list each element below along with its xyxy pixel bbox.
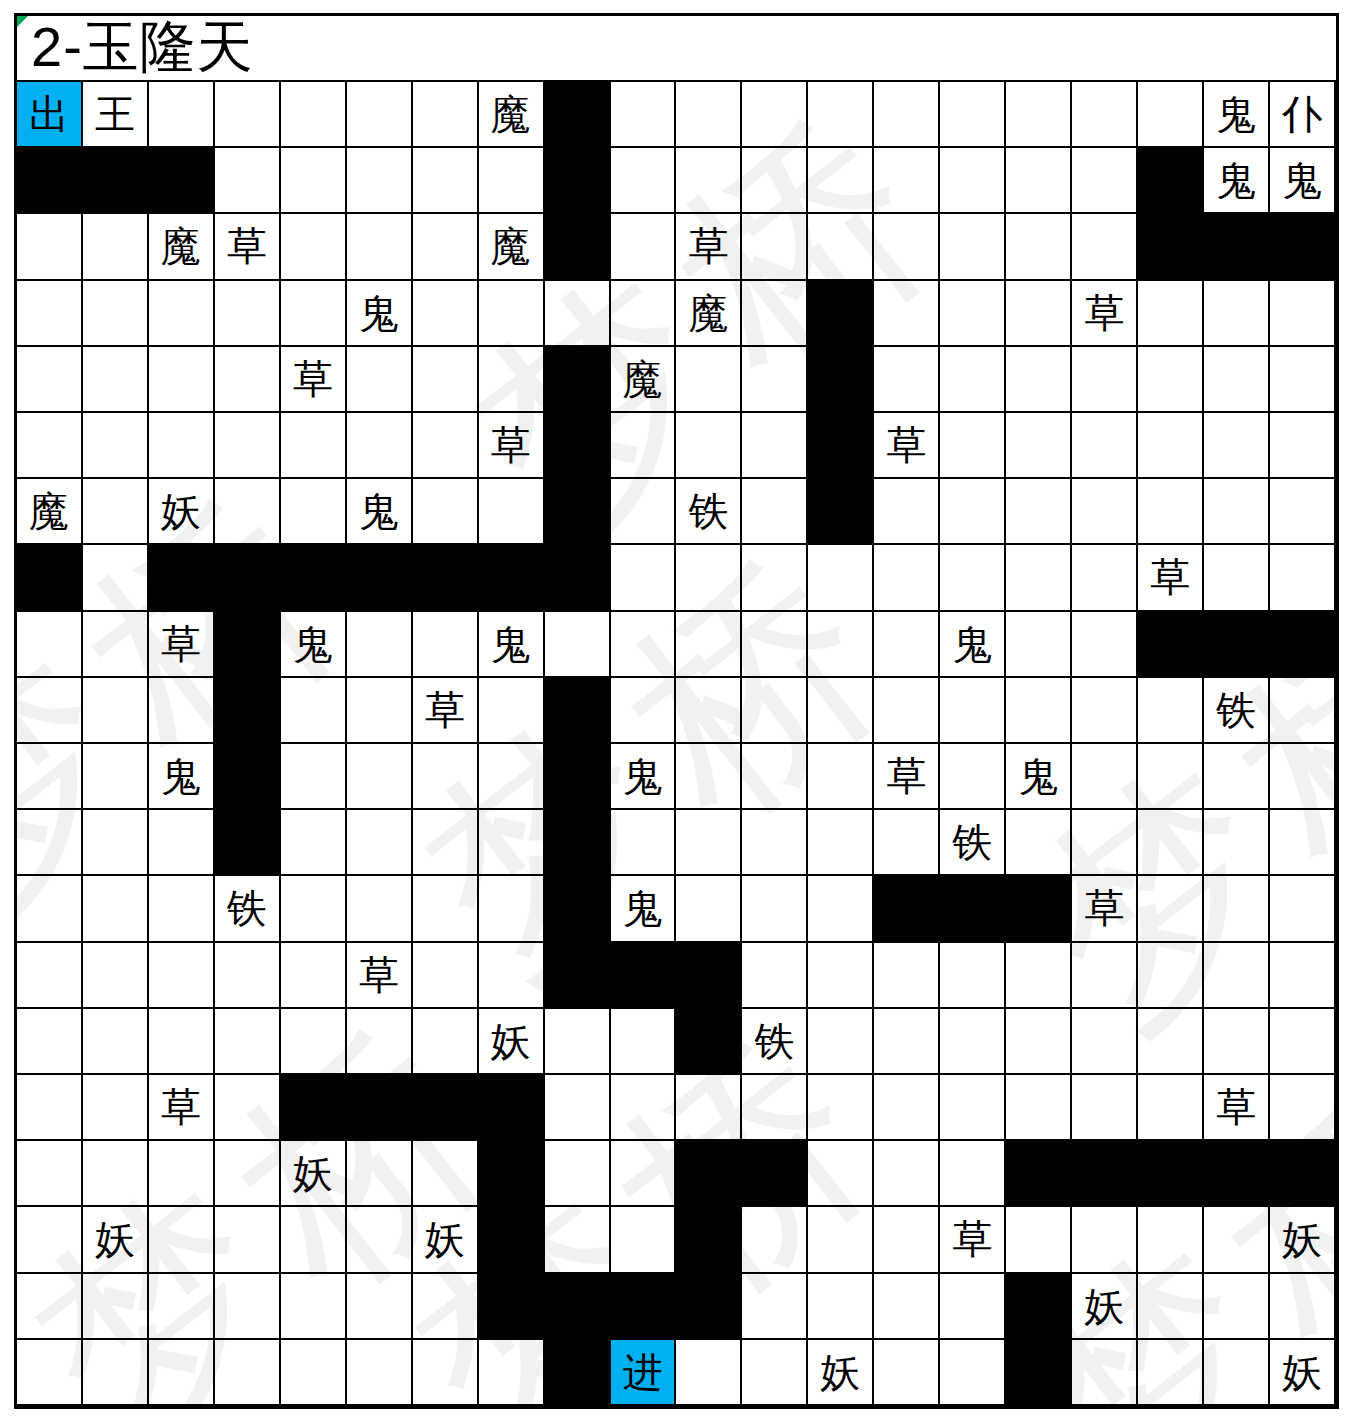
cell-r16-c12[interactable] xyxy=(808,1141,874,1207)
cell-r7-c12[interactable] xyxy=(808,545,874,611)
cell-r18-c11[interactable] xyxy=(742,1274,808,1340)
cell-r1-c15[interactable] xyxy=(1006,148,1072,214)
cell-r5-c5[interactable] xyxy=(347,413,413,479)
cell-r13-c13[interactable] xyxy=(874,943,940,1009)
cell-r13-c18[interactable] xyxy=(1204,943,1270,1009)
cell-r11-c11[interactable] xyxy=(742,810,808,876)
cell-r15-c17[interactable] xyxy=(1138,1075,1204,1141)
cell-r5-c3[interactable] xyxy=(215,413,281,479)
cell-r12-c4[interactable] xyxy=(281,876,347,942)
cell-r5-c11[interactable] xyxy=(742,413,808,479)
cell-r2-c12[interactable] xyxy=(808,214,874,280)
cell-r16-c13[interactable] xyxy=(874,1141,940,1207)
cell-r16-c11[interactable] xyxy=(742,1141,808,1207)
cell-r4-c15[interactable] xyxy=(1006,347,1072,413)
cell-r16-c5[interactable] xyxy=(347,1141,413,1207)
cell-r17-c7[interactable] xyxy=(479,1207,545,1273)
cell-r9-c1[interactable] xyxy=(83,678,149,744)
cell-r18-c17[interactable] xyxy=(1138,1274,1204,1340)
cell-r12-c11[interactable] xyxy=(742,876,808,942)
cell-r18-c4[interactable] xyxy=(281,1274,347,1340)
cell-r10-c9[interactable]: 鬼 xyxy=(611,744,677,810)
cell-r4-c10[interactable] xyxy=(676,347,742,413)
cell-r10-c14[interactable] xyxy=(940,744,1006,810)
cell-r4-c18[interactable] xyxy=(1204,347,1270,413)
cell-r14-c15[interactable] xyxy=(1006,1009,1072,1075)
cell-r5-c0[interactable] xyxy=(17,413,83,479)
cell-r4-c14[interactable] xyxy=(940,347,1006,413)
cell-r7-c10[interactable] xyxy=(676,545,742,611)
cell-r17-c10[interactable] xyxy=(676,1207,742,1273)
cell-r0-c1[interactable]: 王 xyxy=(83,82,149,148)
cell-r19-c9[interactable]: 进 xyxy=(611,1340,677,1406)
cell-r15-c1[interactable] xyxy=(83,1075,149,1141)
cell-r0-c14[interactable] xyxy=(940,82,1006,148)
cell-r8-c6[interactable] xyxy=(413,612,479,678)
cell-r6-c16[interactable] xyxy=(1072,479,1138,545)
cell-r2-c1[interactable] xyxy=(83,214,149,280)
cell-r4-c0[interactable] xyxy=(17,347,83,413)
cell-r12-c9[interactable]: 鬼 xyxy=(611,876,677,942)
cell-r3-c2[interactable] xyxy=(149,281,215,347)
cell-r7-c8[interactable] xyxy=(545,545,611,611)
cell-r4-c2[interactable] xyxy=(149,347,215,413)
cell-r7-c16[interactable] xyxy=(1072,545,1138,611)
cell-r19-c13[interactable] xyxy=(874,1340,940,1406)
cell-r12-c13[interactable] xyxy=(874,876,940,942)
cell-r14-c10[interactable] xyxy=(676,1009,742,1075)
cell-r3-c3[interactable] xyxy=(215,281,281,347)
cell-r17-c5[interactable] xyxy=(347,1207,413,1273)
cell-r7-c5[interactable] xyxy=(347,545,413,611)
cell-r8-c3[interactable] xyxy=(215,612,281,678)
cell-r7-c14[interactable] xyxy=(940,545,1006,611)
cell-r18-c1[interactable] xyxy=(83,1274,149,1340)
cell-r17-c8[interactable] xyxy=(545,1207,611,1273)
cell-r15-c3[interactable] xyxy=(215,1075,281,1141)
cell-r9-c13[interactable] xyxy=(874,678,940,744)
cell-r10-c7[interactable] xyxy=(479,744,545,810)
cell-r19-c4[interactable] xyxy=(281,1340,347,1406)
cell-r12-c0[interactable] xyxy=(17,876,83,942)
cell-r7-c1[interactable] xyxy=(83,545,149,611)
cell-r7-c7[interactable] xyxy=(479,545,545,611)
cell-r5-c18[interactable] xyxy=(1204,413,1270,479)
cell-r4-c7[interactable] xyxy=(479,347,545,413)
cell-r18-c6[interactable] xyxy=(413,1274,479,1340)
cell-r6-c0[interactable]: 魔 xyxy=(17,479,83,545)
cell-r16-c17[interactable] xyxy=(1138,1141,1204,1207)
cell-r1-c0[interactable] xyxy=(17,148,83,214)
cell-r10-c5[interactable] xyxy=(347,744,413,810)
cell-r0-c2[interactable] xyxy=(149,82,215,148)
cell-r0-c9[interactable] xyxy=(611,82,677,148)
cell-r2-c17[interactable] xyxy=(1138,214,1204,280)
cell-r15-c5[interactable] xyxy=(347,1075,413,1141)
cell-r16-c8[interactable] xyxy=(545,1141,611,1207)
cell-r13-c16[interactable] xyxy=(1072,943,1138,1009)
cell-r19-c19[interactable]: 妖 xyxy=(1270,1340,1336,1406)
cell-r1-c6[interactable] xyxy=(413,148,479,214)
cell-r0-c16[interactable] xyxy=(1072,82,1138,148)
cell-r8-c4[interactable]: 鬼 xyxy=(281,612,347,678)
cell-r7-c18[interactable] xyxy=(1204,545,1270,611)
cell-r7-c19[interactable] xyxy=(1270,545,1336,611)
cell-r18-c18[interactable] xyxy=(1204,1274,1270,1340)
cell-r8-c15[interactable] xyxy=(1006,612,1072,678)
cell-r0-c10[interactable] xyxy=(676,82,742,148)
cell-r15-c8[interactable] xyxy=(545,1075,611,1141)
cell-r11-c3[interactable] xyxy=(215,810,281,876)
cell-r13-c0[interactable] xyxy=(17,943,83,1009)
cell-r9-c12[interactable] xyxy=(808,678,874,744)
cell-r5-c8[interactable] xyxy=(545,413,611,479)
cell-r9-c4[interactable] xyxy=(281,678,347,744)
cell-r14-c2[interactable] xyxy=(149,1009,215,1075)
cell-r2-c5[interactable] xyxy=(347,214,413,280)
cell-r11-c16[interactable] xyxy=(1072,810,1138,876)
cell-r9-c0[interactable] xyxy=(17,678,83,744)
cell-r3-c11[interactable] xyxy=(742,281,808,347)
cell-r19-c0[interactable] xyxy=(17,1340,83,1406)
cell-r19-c11[interactable] xyxy=(742,1340,808,1406)
cell-r5-c12[interactable] xyxy=(808,413,874,479)
cell-r9-c8[interactable] xyxy=(545,678,611,744)
cell-r17-c18[interactable] xyxy=(1204,1207,1270,1273)
cell-r16-c7[interactable] xyxy=(479,1141,545,1207)
cell-r0-c19[interactable]: 仆 xyxy=(1270,82,1336,148)
cell-r13-c10[interactable] xyxy=(676,943,742,1009)
cell-r2-c3[interactable]: 草 xyxy=(215,214,281,280)
cell-r14-c11[interactable]: 铁 xyxy=(742,1009,808,1075)
cell-r7-c11[interactable] xyxy=(742,545,808,611)
cell-r18-c8[interactable] xyxy=(545,1274,611,1340)
cell-r5-c9[interactable] xyxy=(611,413,677,479)
cell-r13-c1[interactable] xyxy=(83,943,149,1009)
cell-r13-c4[interactable] xyxy=(281,943,347,1009)
cell-r10-c12[interactable] xyxy=(808,744,874,810)
cell-r18-c15[interactable] xyxy=(1006,1274,1072,1340)
cell-r5-c4[interactable] xyxy=(281,413,347,479)
cell-r7-c4[interactable] xyxy=(281,545,347,611)
cell-r7-c3[interactable] xyxy=(215,545,281,611)
cell-r11-c8[interactable] xyxy=(545,810,611,876)
cell-r5-c19[interactable] xyxy=(1270,413,1336,479)
cell-r5-c17[interactable] xyxy=(1138,413,1204,479)
cell-r5-c6[interactable] xyxy=(413,413,479,479)
cell-r4-c6[interactable] xyxy=(413,347,479,413)
cell-r19-c5[interactable] xyxy=(347,1340,413,1406)
cell-r4-c12[interactable] xyxy=(808,347,874,413)
cell-r8-c17[interactable] xyxy=(1138,612,1204,678)
cell-r17-c16[interactable] xyxy=(1072,1207,1138,1273)
cell-r9-c11[interactable] xyxy=(742,678,808,744)
cell-r18-c10[interactable] xyxy=(676,1274,742,1340)
cell-r2-c18[interactable] xyxy=(1204,214,1270,280)
cell-r13-c15[interactable] xyxy=(1006,943,1072,1009)
cell-r1-c13[interactable] xyxy=(874,148,940,214)
cell-r8-c14[interactable]: 鬼 xyxy=(940,612,1006,678)
cell-r2-c4[interactable] xyxy=(281,214,347,280)
cell-r2-c6[interactable] xyxy=(413,214,479,280)
cell-r17-c2[interactable] xyxy=(149,1207,215,1273)
cell-r10-c16[interactable] xyxy=(1072,744,1138,810)
cell-r19-c1[interactable] xyxy=(83,1340,149,1406)
cell-r15-c0[interactable] xyxy=(17,1075,83,1141)
cell-r10-c3[interactable] xyxy=(215,744,281,810)
cell-r0-c13[interactable] xyxy=(874,82,940,148)
cell-r10-c18[interactable] xyxy=(1204,744,1270,810)
cell-r16-c3[interactable] xyxy=(215,1141,281,1207)
cell-r12-c3[interactable]: 铁 xyxy=(215,876,281,942)
cell-r16-c18[interactable] xyxy=(1204,1141,1270,1207)
cell-r12-c10[interactable] xyxy=(676,876,742,942)
cell-r19-c18[interactable] xyxy=(1204,1340,1270,1406)
cell-r10-c13[interactable]: 草 xyxy=(874,744,940,810)
cell-r4-c17[interactable] xyxy=(1138,347,1204,413)
cell-r18-c13[interactable] xyxy=(874,1274,940,1340)
cell-r11-c18[interactable] xyxy=(1204,810,1270,876)
cell-r16-c9[interactable] xyxy=(611,1141,677,1207)
cell-r2-c16[interactable] xyxy=(1072,214,1138,280)
cell-r1-c9[interactable] xyxy=(611,148,677,214)
cell-r6-c18[interactable] xyxy=(1204,479,1270,545)
cell-r17-c14[interactable]: 草 xyxy=(940,1207,1006,1273)
cell-r14-c1[interactable] xyxy=(83,1009,149,1075)
cell-r6-c7[interactable] xyxy=(479,479,545,545)
cell-r3-c6[interactable] xyxy=(413,281,479,347)
cell-r5-c16[interactable] xyxy=(1072,413,1138,479)
cell-r8-c7[interactable]: 鬼 xyxy=(479,612,545,678)
cell-r19-c10[interactable] xyxy=(676,1340,742,1406)
cell-r17-c6[interactable]: 妖 xyxy=(413,1207,479,1273)
cell-r13-c14[interactable] xyxy=(940,943,1006,1009)
cell-r8-c11[interactable] xyxy=(742,612,808,678)
cell-r14-c9[interactable] xyxy=(611,1009,677,1075)
cell-r4-c16[interactable] xyxy=(1072,347,1138,413)
cell-r19-c6[interactable] xyxy=(413,1340,479,1406)
cell-r19-c8[interactable] xyxy=(545,1340,611,1406)
cell-r2-c10[interactable]: 草 xyxy=(676,214,742,280)
cell-r12-c19[interactable] xyxy=(1270,876,1336,942)
cell-r0-c3[interactable] xyxy=(215,82,281,148)
cell-r11-c4[interactable] xyxy=(281,810,347,876)
cell-r12-c15[interactable] xyxy=(1006,876,1072,942)
cell-r17-c12[interactable] xyxy=(808,1207,874,1273)
cell-r10-c17[interactable] xyxy=(1138,744,1204,810)
cell-r4-c4[interactable]: 草 xyxy=(281,347,347,413)
cell-r7-c13[interactable] xyxy=(874,545,940,611)
cell-r1-c10[interactable] xyxy=(676,148,742,214)
cell-r1-c3[interactable] xyxy=(215,148,281,214)
cell-r16-c4[interactable]: 妖 xyxy=(281,1141,347,1207)
cell-r9-c9[interactable] xyxy=(611,678,677,744)
cell-r0-c0[interactable]: 出 xyxy=(17,82,83,148)
cell-r14-c7[interactable]: 妖 xyxy=(479,1009,545,1075)
cell-r19-c17[interactable] xyxy=(1138,1340,1204,1406)
cell-r5-c2[interactable] xyxy=(149,413,215,479)
cell-r4-c1[interactable] xyxy=(83,347,149,413)
cell-r19-c15[interactable] xyxy=(1006,1340,1072,1406)
cell-r6-c9[interactable] xyxy=(611,479,677,545)
cell-r1-c5[interactable] xyxy=(347,148,413,214)
cell-r3-c5[interactable]: 鬼 xyxy=(347,281,413,347)
cell-r9-c18[interactable]: 铁 xyxy=(1204,678,1270,744)
cell-r13-c3[interactable] xyxy=(215,943,281,1009)
cell-r19-c12[interactable]: 妖 xyxy=(808,1340,874,1406)
cell-r15-c9[interactable] xyxy=(611,1075,677,1141)
cell-r3-c9[interactable] xyxy=(611,281,677,347)
cell-r1-c7[interactable] xyxy=(479,148,545,214)
cell-r12-c5[interactable] xyxy=(347,876,413,942)
cell-r18-c16[interactable]: 妖 xyxy=(1072,1274,1138,1340)
cell-r8-c9[interactable] xyxy=(611,612,677,678)
cell-r3-c19[interactable] xyxy=(1270,281,1336,347)
cell-r18-c5[interactable] xyxy=(347,1274,413,1340)
cell-r6-c1[interactable] xyxy=(83,479,149,545)
cell-r11-c13[interactable] xyxy=(874,810,940,876)
cell-r6-c5[interactable]: 鬼 xyxy=(347,479,413,545)
cell-r15-c16[interactable] xyxy=(1072,1075,1138,1141)
cell-r18-c9[interactable] xyxy=(611,1274,677,1340)
cell-r3-c15[interactable] xyxy=(1006,281,1072,347)
cell-r17-c17[interactable] xyxy=(1138,1207,1204,1273)
cell-r17-c0[interactable] xyxy=(17,1207,83,1273)
cell-r4-c13[interactable] xyxy=(874,347,940,413)
cell-r17-c19[interactable]: 妖 xyxy=(1270,1207,1336,1273)
cell-r5-c15[interactable] xyxy=(1006,413,1072,479)
cell-r8-c10[interactable] xyxy=(676,612,742,678)
cell-r9-c15[interactable] xyxy=(1006,678,1072,744)
cell-r14-c0[interactable] xyxy=(17,1009,83,1075)
cell-r10-c0[interactable] xyxy=(17,744,83,810)
cell-r15-c11[interactable] xyxy=(742,1075,808,1141)
cell-r8-c18[interactable] xyxy=(1204,612,1270,678)
cell-r13-c11[interactable] xyxy=(742,943,808,1009)
cell-r11-c9[interactable] xyxy=(611,810,677,876)
cell-r12-c17[interactable] xyxy=(1138,876,1204,942)
cell-r11-c6[interactable] xyxy=(413,810,479,876)
cell-r1-c16[interactable] xyxy=(1072,148,1138,214)
cell-r8-c8[interactable] xyxy=(545,612,611,678)
cell-r8-c12[interactable] xyxy=(808,612,874,678)
cell-r12-c14[interactable] xyxy=(940,876,1006,942)
cell-r14-c12[interactable] xyxy=(808,1009,874,1075)
cell-r10-c19[interactable] xyxy=(1270,744,1336,810)
cell-r6-c4[interactable] xyxy=(281,479,347,545)
cell-r7-c15[interactable] xyxy=(1006,545,1072,611)
cell-r0-c12[interactable] xyxy=(808,82,874,148)
cell-r11-c5[interactable] xyxy=(347,810,413,876)
cell-r4-c8[interactable] xyxy=(545,347,611,413)
cell-r19-c7[interactable] xyxy=(479,1340,545,1406)
cell-r17-c15[interactable] xyxy=(1006,1207,1072,1273)
cell-r14-c17[interactable] xyxy=(1138,1009,1204,1075)
cell-r1-c19[interactable]: 鬼 xyxy=(1270,148,1336,214)
cell-r2-c2[interactable]: 魔 xyxy=(149,214,215,280)
cell-r5-c14[interactable] xyxy=(940,413,1006,479)
cell-r11-c1[interactable] xyxy=(83,810,149,876)
cell-r6-c2[interactable]: 妖 xyxy=(149,479,215,545)
cell-r9-c6[interactable]: 草 xyxy=(413,678,479,744)
cell-r10-c15[interactable]: 鬼 xyxy=(1006,744,1072,810)
cell-r6-c17[interactable] xyxy=(1138,479,1204,545)
cell-r13-c19[interactable] xyxy=(1270,943,1336,1009)
cell-r18-c12[interactable] xyxy=(808,1274,874,1340)
cell-r1-c2[interactable] xyxy=(149,148,215,214)
cell-r15-c13[interactable] xyxy=(874,1075,940,1141)
cell-r3-c12[interactable] xyxy=(808,281,874,347)
cell-r4-c19[interactable] xyxy=(1270,347,1336,413)
cell-r3-c16[interactable]: 草 xyxy=(1072,281,1138,347)
cell-r3-c0[interactable] xyxy=(17,281,83,347)
cell-r2-c19[interactable] xyxy=(1270,214,1336,280)
cell-r6-c10[interactable]: 铁 xyxy=(676,479,742,545)
cell-r0-c4[interactable] xyxy=(281,82,347,148)
cell-r18-c14[interactable] xyxy=(940,1274,1006,1340)
cell-r5-c7[interactable]: 草 xyxy=(479,413,545,479)
cell-r11-c12[interactable] xyxy=(808,810,874,876)
cell-r7-c6[interactable] xyxy=(413,545,479,611)
cell-r17-c4[interactable] xyxy=(281,1207,347,1273)
cell-r1-c11[interactable] xyxy=(742,148,808,214)
cell-r18-c3[interactable] xyxy=(215,1274,281,1340)
cell-r8-c2[interactable]: 草 xyxy=(149,612,215,678)
cell-r16-c10[interactable] xyxy=(676,1141,742,1207)
cell-r17-c1[interactable]: 妖 xyxy=(83,1207,149,1273)
cell-r4-c9[interactable]: 魔 xyxy=(611,347,677,413)
cell-r9-c5[interactable] xyxy=(347,678,413,744)
cell-r0-c11[interactable] xyxy=(742,82,808,148)
cell-r4-c11[interactable] xyxy=(742,347,808,413)
cell-r14-c8[interactable] xyxy=(545,1009,611,1075)
cell-r15-c6[interactable] xyxy=(413,1075,479,1141)
cell-r2-c15[interactable] xyxy=(1006,214,1072,280)
cell-r11-c10[interactable] xyxy=(676,810,742,876)
cell-r3-c4[interactable] xyxy=(281,281,347,347)
cell-r14-c19[interactable] xyxy=(1270,1009,1336,1075)
cell-r0-c18[interactable]: 鬼 xyxy=(1204,82,1270,148)
cell-r11-c15[interactable] xyxy=(1006,810,1072,876)
cell-r18-c19[interactable] xyxy=(1270,1274,1336,1340)
cell-r6-c12[interactable] xyxy=(808,479,874,545)
cell-r5-c10[interactable] xyxy=(676,413,742,479)
cell-r19-c2[interactable] xyxy=(149,1340,215,1406)
cell-r6-c11[interactable] xyxy=(742,479,808,545)
cell-r11-c14[interactable]: 铁 xyxy=(940,810,1006,876)
cell-r16-c19[interactable] xyxy=(1270,1141,1336,1207)
cell-r9-c3[interactable] xyxy=(215,678,281,744)
cell-r6-c8[interactable] xyxy=(545,479,611,545)
cell-r6-c3[interactable] xyxy=(215,479,281,545)
cell-r8-c13[interactable] xyxy=(874,612,940,678)
cell-r14-c13[interactable] xyxy=(874,1009,940,1075)
cell-r14-c16[interactable] xyxy=(1072,1009,1138,1075)
cell-r12-c7[interactable] xyxy=(479,876,545,942)
cell-r17-c13[interactable] xyxy=(874,1207,940,1273)
cell-r8-c16[interactable] xyxy=(1072,612,1138,678)
cell-r10-c4[interactable] xyxy=(281,744,347,810)
cell-r12-c1[interactable] xyxy=(83,876,149,942)
cell-r11-c19[interactable] xyxy=(1270,810,1336,876)
cell-r0-c8[interactable] xyxy=(545,82,611,148)
cell-r2-c7[interactable]: 魔 xyxy=(479,214,545,280)
cell-r18-c2[interactable] xyxy=(149,1274,215,1340)
cell-r11-c2[interactable] xyxy=(149,810,215,876)
cell-r0-c5[interactable] xyxy=(347,82,413,148)
cell-r10-c10[interactable] xyxy=(676,744,742,810)
cell-r15-c2[interactable]: 草 xyxy=(149,1075,215,1141)
